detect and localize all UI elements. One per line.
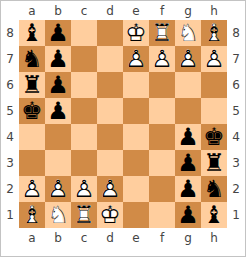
piece-black-rook: ♜ (19, 72, 45, 98)
file-label-top-d: d (97, 2, 123, 20)
square-h7[interactable]: ♟♙ (201, 46, 227, 72)
piece-white-pawn: ♟♙ (97, 176, 123, 202)
square-b1[interactable]: ♞♘ (45, 202, 71, 228)
piece-black-pawn: ♟ (175, 202, 201, 228)
rank-label-left-2: 2 (1, 176, 19, 202)
piece-white-pawn: ♟♙ (201, 46, 227, 72)
square-c2[interactable]: ♟♙ (71, 176, 97, 202)
square-d8[interactable] (97, 20, 123, 46)
file-label-top-a: a (19, 2, 45, 20)
square-e3[interactable] (123, 150, 149, 176)
piece-outline-glyph: ♔ (97, 202, 123, 228)
piece-outline-glyph: ♙ (201, 46, 227, 72)
piece-outline-glyph: ♙ (71, 176, 97, 202)
piece-fill-glyph: ♟ (201, 46, 227, 72)
piece-white-pawn: ♟♙ (149, 46, 175, 72)
square-h6[interactable] (201, 72, 227, 98)
board-corner (227, 228, 245, 248)
rank-label-left-4: 4 (1, 124, 19, 150)
piece-fill-glyph: ♟ (45, 176, 71, 202)
piece-glyph: ♞ (201, 176, 227, 202)
piece-black-pawn: ♟ (175, 150, 201, 176)
piece-outline-glyph: ♖ (149, 20, 175, 46)
rank-label-left-7: 7 (1, 46, 19, 72)
piece-glyph: ♟ (175, 202, 201, 228)
square-h8[interactable]: ♝♗ (201, 20, 227, 46)
piece-black-pawn: ♟ (45, 98, 71, 124)
file-label-top-f: f (149, 2, 175, 20)
piece-glyph: ♜ (19, 72, 45, 98)
square-a4[interactable] (19, 124, 45, 150)
square-e2[interactable] (123, 176, 149, 202)
piece-outline-glyph: ♙ (97, 176, 123, 202)
square-a5[interactable]: ♚ (19, 98, 45, 124)
board-corner (227, 2, 245, 20)
square-a1[interactable]: ♝♗ (19, 202, 45, 228)
file-label-top-h: h (201, 2, 227, 20)
file-label-bottom-g: g (175, 228, 201, 248)
rank-label-right-4: 4 (227, 124, 245, 150)
file-label-bottom-a: a (19, 228, 45, 248)
piece-fill-glyph: ♟ (149, 46, 175, 72)
square-a6[interactable]: ♜ (19, 72, 45, 98)
piece-fill-glyph: ♝ (201, 20, 227, 46)
piece-fill-glyph: ♜ (149, 20, 175, 46)
piece-glyph: ♝ (201, 202, 227, 228)
piece-fill-glyph: ♞ (45, 202, 71, 228)
square-b2[interactable]: ♟♙ (45, 176, 71, 202)
piece-black-bishop: ♝ (19, 20, 45, 46)
square-d7[interactable] (97, 46, 123, 72)
square-g4[interactable]: ♟ (175, 124, 201, 150)
file-label-bottom-e: e (123, 228, 149, 248)
piece-black-pawn: ♟ (45, 72, 71, 98)
piece-fill-glyph: ♚ (123, 20, 149, 46)
square-g5[interactable] (175, 98, 201, 124)
square-c5[interactable] (71, 98, 97, 124)
piece-glyph: ♞ (19, 46, 45, 72)
square-f2[interactable] (149, 176, 175, 202)
rank-label-left-8: 8 (1, 20, 19, 46)
square-a8[interactable]: ♝ (19, 20, 45, 46)
piece-black-knight: ♞ (19, 46, 45, 72)
square-d2[interactable]: ♟♙ (97, 176, 123, 202)
rank-label-left-3: 3 (1, 150, 19, 176)
piece-outline-glyph: ♙ (45, 176, 71, 202)
square-g7[interactable]: ♟♙ (175, 46, 201, 72)
piece-black-king: ♚ (201, 124, 227, 150)
rank-label-right-3: 3 (227, 150, 245, 176)
piece-white-king: ♚♔ (123, 20, 149, 46)
square-f4[interactable] (149, 124, 175, 150)
square-f6[interactable] (149, 72, 175, 98)
rank-label-left-5: 5 (1, 98, 19, 124)
piece-white-pawn: ♟♙ (45, 176, 71, 202)
square-d1[interactable]: ♚♔ (97, 202, 123, 228)
square-c3[interactable] (71, 150, 97, 176)
chess-diagram: abcdefgh8♝♟♚♔♜♖♞♘♝♗87♞♟♟♙♟♙♟♙♟♙76♜♟65♚♟5… (0, 0, 246, 257)
piece-black-pawn: ♟ (175, 176, 201, 202)
square-f3[interactable] (149, 150, 175, 176)
square-h1[interactable]: ♝ (201, 202, 227, 228)
square-f7[interactable]: ♟♙ (149, 46, 175, 72)
square-d3[interactable] (97, 150, 123, 176)
piece-black-pawn: ♟ (175, 124, 201, 150)
square-a7[interactable]: ♞ (19, 46, 45, 72)
square-f5[interactable] (149, 98, 175, 124)
square-d6[interactable] (97, 72, 123, 98)
piece-fill-glyph: ♞ (175, 20, 201, 46)
piece-fill-glyph: ♟ (175, 46, 201, 72)
rank-label-right-1: 1 (227, 202, 245, 228)
piece-glyph: ♟ (45, 98, 71, 124)
board-corner (1, 228, 19, 248)
square-c6[interactable] (71, 72, 97, 98)
piece-fill-glyph: ♟ (97, 176, 123, 202)
piece-fill-glyph: ♜ (71, 202, 97, 228)
piece-white-knight: ♞♘ (175, 20, 201, 46)
square-f8[interactable]: ♜♖ (149, 20, 175, 46)
piece-fill-glyph: ♚ (97, 202, 123, 228)
square-g2[interactable]: ♟ (175, 176, 201, 202)
piece-glyph: ♟ (175, 124, 201, 150)
square-g6[interactable] (175, 72, 201, 98)
file-label-bottom-c: c (71, 228, 97, 248)
board-corner (1, 2, 19, 20)
piece-white-bishop: ♝♗ (19, 202, 45, 228)
square-e6[interactable] (123, 72, 149, 98)
square-f1[interactable] (149, 202, 175, 228)
piece-outline-glyph: ♘ (45, 202, 71, 228)
piece-black-knight: ♞ (201, 176, 227, 202)
square-e4[interactable] (123, 124, 149, 150)
piece-white-pawn: ♟♙ (71, 176, 97, 202)
square-a3[interactable] (19, 150, 45, 176)
piece-outline-glyph: ♙ (149, 46, 175, 72)
square-d4[interactable] (97, 124, 123, 150)
piece-white-pawn: ♟♙ (175, 46, 201, 72)
square-c8[interactable] (71, 20, 97, 46)
square-b4[interactable] (45, 124, 71, 150)
piece-black-bishop: ♝ (201, 202, 227, 228)
square-g3[interactable]: ♟ (175, 150, 201, 176)
piece-glyph: ♟ (45, 72, 71, 98)
piece-black-pawn: ♟ (45, 46, 71, 72)
piece-outline-glyph: ♙ (123, 46, 149, 72)
piece-glyph: ♟ (175, 176, 201, 202)
piece-glyph: ♟ (175, 150, 201, 176)
square-h3[interactable]: ♜ (201, 150, 227, 176)
piece-fill-glyph: ♝ (19, 202, 45, 228)
square-e8[interactable]: ♚♔ (123, 20, 149, 46)
file-label-top-c: c (71, 2, 97, 20)
rank-label-right-7: 7 (227, 46, 245, 72)
piece-white-rook: ♜♖ (71, 202, 97, 228)
file-label-bottom-f: f (149, 228, 175, 248)
piece-black-king: ♚ (19, 98, 45, 124)
file-label-top-e: e (123, 2, 149, 20)
piece-white-pawn: ♟♙ (123, 46, 149, 72)
square-b8[interactable]: ♟ (45, 20, 71, 46)
piece-outline-glyph: ♗ (19, 202, 45, 228)
piece-glyph: ♟ (45, 20, 71, 46)
square-e7[interactable]: ♟♙ (123, 46, 149, 72)
square-g1[interactable]: ♟ (175, 202, 201, 228)
rank-label-right-2: 2 (227, 176, 245, 202)
piece-fill-glyph: ♟ (123, 46, 149, 72)
rank-label-right-6: 6 (227, 72, 245, 98)
piece-glyph: ♚ (19, 98, 45, 124)
piece-white-pawn: ♟♙ (19, 176, 45, 202)
file-label-bottom-b: b (45, 228, 71, 248)
square-b7[interactable]: ♟ (45, 46, 71, 72)
file-label-bottom-d: d (97, 228, 123, 248)
piece-outline-glyph: ♗ (201, 20, 227, 46)
piece-outline-glyph: ♘ (175, 20, 201, 46)
piece-glyph: ♟ (45, 46, 71, 72)
square-b6[interactable]: ♟ (45, 72, 71, 98)
rank-label-left-1: 1 (1, 202, 19, 228)
piece-white-bishop: ♝♗ (201, 20, 227, 46)
piece-white-king: ♚♔ (97, 202, 123, 228)
piece-black-pawn: ♟ (45, 20, 71, 46)
piece-glyph: ♝ (19, 20, 45, 46)
piece-outline-glyph: ♖ (71, 202, 97, 228)
square-c1[interactable]: ♜♖ (71, 202, 97, 228)
rank-label-left-6: 6 (1, 72, 19, 98)
square-b5[interactable]: ♟ (45, 98, 71, 124)
square-a2[interactable]: ♟♙ (19, 176, 45, 202)
square-d5[interactable] (97, 98, 123, 124)
square-h4[interactable]: ♚ (201, 124, 227, 150)
rank-label-right-8: 8 (227, 20, 245, 46)
piece-white-rook: ♜♖ (149, 20, 175, 46)
square-c4[interactable] (71, 124, 97, 150)
file-label-top-g: g (175, 2, 201, 20)
square-h2[interactable]: ♞ (201, 176, 227, 202)
square-h5[interactable] (201, 98, 227, 124)
piece-white-knight: ♞♘ (45, 202, 71, 228)
piece-outline-glyph: ♔ (123, 20, 149, 46)
square-c7[interactable] (71, 46, 97, 72)
rank-label-right-5: 5 (227, 98, 245, 124)
square-e1[interactable] (123, 202, 149, 228)
square-g8[interactable]: ♞♘ (175, 20, 201, 46)
piece-fill-glyph: ♟ (71, 176, 97, 202)
file-label-bottom-h: h (201, 228, 227, 248)
chess-board: abcdefgh8♝♟♚♔♜♖♞♘♝♗87♞♟♟♙♟♙♟♙♟♙76♜♟65♚♟5… (1, 2, 245, 248)
piece-fill-glyph: ♟ (19, 176, 45, 202)
square-b3[interactable] (45, 150, 71, 176)
piece-outline-glyph: ♙ (19, 176, 45, 202)
square-e5[interactable] (123, 98, 149, 124)
file-label-top-b: b (45, 2, 71, 20)
piece-outline-glyph: ♙ (175, 46, 201, 72)
piece-glyph: ♚ (201, 124, 227, 150)
piece-glyph: ♜ (201, 150, 227, 176)
piece-black-rook: ♜ (201, 150, 227, 176)
